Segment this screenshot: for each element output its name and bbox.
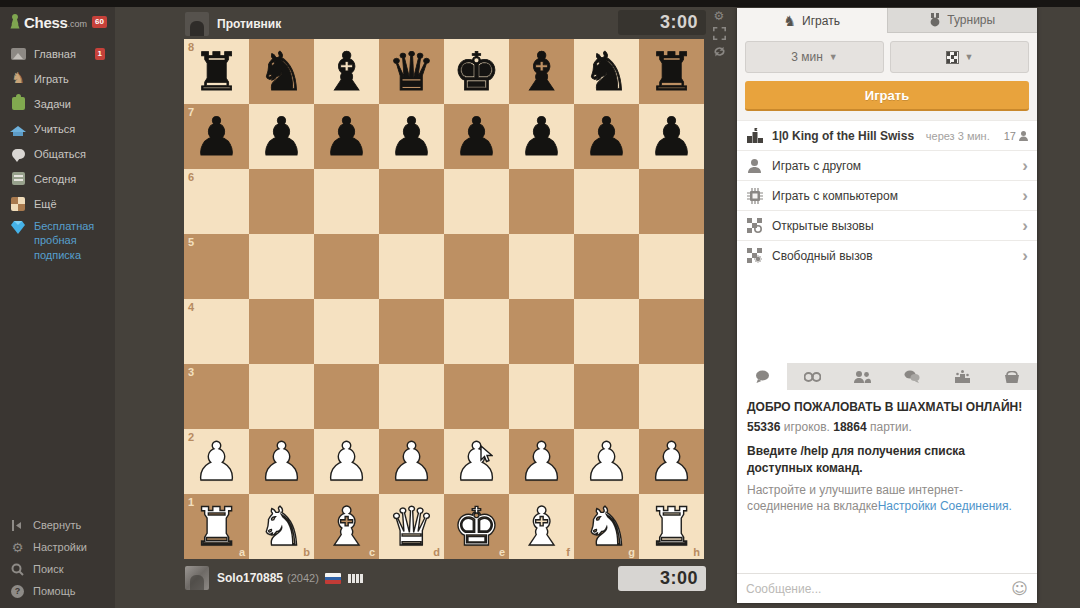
square-g3[interactable] [574, 364, 639, 429]
opponent-bar: Противник [185, 12, 281, 36]
square-a6[interactable]: 6 [184, 169, 249, 234]
chevron-right-icon: › [1022, 187, 1028, 204]
search-icon [10, 562, 25, 577]
rank-label-4: 4 [188, 301, 194, 313]
connection-settings-link[interactable]: Настройки Соединения. [878, 499, 1012, 513]
square-d6[interactable] [379, 169, 444, 234]
square-e4[interactable] [444, 299, 509, 364]
gear-icon: ⚙ [10, 540, 25, 555]
square-c6[interactable] [314, 169, 379, 234]
chat-tab-watch[interactable] [787, 363, 837, 390]
square-b7[interactable]: ♟ [249, 104, 314, 169]
player-bar: Solo170885 (2042) [185, 566, 363, 590]
square-h4[interactable] [639, 299, 704, 364]
square-d1[interactable]: ♛d [379, 494, 444, 559]
square-b8[interactable]: ♞ [249, 39, 314, 104]
emoji-icon[interactable]: ☺ [1011, 581, 1028, 597]
brand-tld: .com [68, 19, 88, 29]
person-icon [746, 157, 763, 174]
black-pawn: ♟ [574, 104, 639, 169]
right-panel: ♞ Играть Турниры 3 мин ▼ ▼ Играть [737, 8, 1037, 603]
sidebar-item-puzzles[interactable]: Задачи [0, 91, 115, 116]
board-side-icons: ⚙ [710, 10, 728, 58]
square-f3[interactable] [509, 364, 574, 429]
chevron-down-icon: ▼ [965, 52, 974, 62]
black-king: ♚ [444, 39, 509, 104]
square-g8[interactable]: ♞ [574, 39, 639, 104]
board-circle-icon [746, 217, 763, 234]
file-label-f: f [566, 546, 570, 558]
white-pawn: ♟ [509, 429, 574, 494]
home-badge: 1 [95, 48, 105, 60]
mouse-cursor [480, 445, 493, 464]
knight-icon: ♞ [10, 71, 26, 87]
rank-label-7: 7 [188, 106, 194, 118]
sidebar-item-connect[interactable]: Общаться [0, 141, 115, 166]
help-button[interactable]: ? Помощь [0, 580, 115, 602]
player-rating: (2042) [287, 572, 319, 584]
tournament-row[interactable]: 1|0 King of the Hill Swiss через 3 мин. … [737, 120, 1037, 150]
square-e1[interactable]: ♚e [444, 494, 509, 559]
rank-label-3: 3 [188, 366, 194, 378]
square-a3[interactable]: 3 [184, 364, 249, 429]
square-c7[interactable]: ♟ [314, 104, 379, 169]
square-c2[interactable]: ♟ [314, 429, 379, 494]
chat-input-bar: ☺ [737, 573, 1037, 603]
chat-settings: Настройте и улучшите ваше интернет-соеди… [747, 482, 1027, 514]
square-d4[interactable] [379, 299, 444, 364]
black-knight: ♞ [574, 39, 639, 104]
help-icon: ? [10, 584, 25, 599]
chat-help: Введите /help для получения списка досту… [747, 443, 1027, 475]
black-knight: ♞ [249, 39, 314, 104]
black-pawn: ♟ [379, 104, 444, 169]
white-pawn: ♟ [444, 429, 509, 494]
square-c5[interactable] [314, 234, 379, 299]
file-label-a: a [239, 546, 245, 558]
black-bishop: ♝ [509, 39, 574, 104]
square-a1[interactable]: ♜1a [184, 494, 249, 559]
square-d7[interactable]: ♟ [379, 104, 444, 169]
knight-icon: ♞ [784, 14, 797, 28]
tournament-starts-in: через 3 мин. [926, 130, 990, 142]
square-e3[interactable] [444, 364, 509, 429]
square-f5[interactable] [509, 234, 574, 299]
black-bishop: ♝ [314, 39, 379, 104]
app-window: Chess .com 60 Главная 1 ♞ Играть Задачи … [0, 0, 1080, 608]
chevron-right-icon: › [1022, 157, 1028, 174]
square-c3[interactable] [314, 364, 379, 429]
expand-board-icon[interactable] [713, 27, 726, 40]
square-c4[interactable] [314, 299, 379, 364]
chat-tab-friends[interactable] [837, 363, 887, 390]
play-options-list: 1|0 King of the Hill Swiss через 3 мин. … [737, 120, 1037, 270]
puzzle-icon [10, 96, 26, 112]
white-pawn: ♟ [314, 429, 379, 494]
rank-label-6: 6 [188, 171, 194, 183]
black-pawn: ♟ [444, 104, 509, 169]
square-f8[interactable]: ♝ [509, 39, 574, 104]
sidebar-item-play[interactable]: ♞ Играть [0, 66, 115, 91]
chat-bubbles-icon [10, 146, 26, 162]
sidebar-nav: Главная 1 ♞ Играть Задачи Учиться Общать… [0, 41, 115, 250]
opponent-clock: 3:00 [618, 10, 706, 35]
sidebar-item-home[interactable]: Главная 1 [0, 41, 115, 66]
flip-board-icon[interactable] [713, 45, 726, 58]
binoculars-icon [804, 371, 821, 382]
medal-icon [929, 13, 941, 27]
square-g1[interactable]: ♞g [574, 494, 639, 559]
checkerboard-icon [10, 196, 26, 212]
chevron-right-icon: › [1022, 217, 1028, 234]
chat-message-input[interactable] [746, 582, 1011, 596]
square-f1[interactable]: ♝f [509, 494, 574, 559]
chevron-down-icon: ▼ [829, 52, 838, 62]
square-a5[interactable]: 5 [184, 234, 249, 299]
chats-icon [904, 370, 920, 383]
rank-label-8: 8 [188, 41, 194, 53]
square-f2[interactable]: ♟ [509, 429, 574, 494]
podium-icon [955, 370, 970, 383]
square-e8[interactable]: ♚ [444, 39, 509, 104]
square-f6[interactable] [509, 169, 574, 234]
square-h6[interactable] [639, 169, 704, 234]
square-c8[interactable]: ♝ [314, 39, 379, 104]
connection-bars-icon [348, 574, 363, 583]
black-pawn: ♟ [249, 104, 314, 169]
opponent-avatar[interactable] [185, 12, 209, 36]
cpu-icon [746, 187, 763, 204]
black-pawn: ♟ [639, 104, 704, 169]
chat-tab-tournaments[interactable] [937, 363, 987, 390]
collapse-icon [10, 518, 25, 533]
pawn-logo-icon [8, 13, 22, 31]
game-type-select[interactable]: ▼ [890, 41, 1029, 73]
square-g4[interactable] [574, 299, 639, 364]
graduation-cap-icon [10, 121, 26, 137]
chat-tab-events[interactable] [987, 363, 1037, 390]
square-c1[interactable]: ♝c [314, 494, 379, 559]
sidebar-item-more[interactable]: Ещё [0, 191, 115, 216]
square-e2[interactable]: ♟ [444, 429, 509, 494]
settings-button[interactable]: ⚙ Настройки [0, 536, 115, 558]
square-d8[interactable]: ♛ [379, 39, 444, 104]
square-h8[interactable]: ♜ [639, 39, 704, 104]
square-b6[interactable] [249, 169, 314, 234]
player-clock: 3:00 [618, 566, 706, 591]
square-h5[interactable] [639, 234, 704, 299]
square-b1[interactable]: ♞b [249, 494, 314, 559]
chat-welcome: ДОБРО ПОЖАЛОВАТЬ В ШАХМАТЫ ОНЛАЙН! [747, 399, 1027, 415]
brand-name: Chess [24, 14, 68, 31]
square-h1[interactable]: ♜h [639, 494, 704, 559]
square-e7[interactable]: ♟ [444, 104, 509, 169]
square-h7[interactable]: ♟ [639, 104, 704, 169]
play-button[interactable]: Играть [745, 81, 1029, 111]
white-pawn: ♟ [379, 429, 444, 494]
square-e5[interactable] [444, 234, 509, 299]
square-d2[interactable]: ♟ [379, 429, 444, 494]
black-pawn: ♟ [314, 104, 379, 169]
tournament-player-count: 17 [1004, 130, 1028, 142]
file-label-c: c [369, 546, 375, 558]
home-icon [10, 46, 26, 62]
rank-label-5: 5 [188, 236, 194, 248]
search-button[interactable]: Поиск [0, 558, 115, 580]
chat-tab-main[interactable] [737, 363, 787, 390]
player-avatar[interactable] [185, 566, 209, 590]
open-challenges-row[interactable]: Открытые вызовы › [737, 210, 1037, 240]
russia-flag-icon [325, 573, 341, 584]
sidebar-item-learn[interactable]: Учиться [0, 116, 115, 141]
white-pawn: ♟ [639, 429, 704, 494]
tab-play[interactable]: ♞ Играть [737, 8, 887, 33]
panel-tabs: ♞ Играть Турниры [737, 8, 1037, 33]
game-controls: 3 мин ▼ ▼ Играть [737, 33, 1037, 120]
square-g6[interactable] [574, 169, 639, 234]
file-label-b: b [303, 546, 310, 558]
file-label-g: g [628, 546, 635, 558]
black-rook: ♜ [639, 39, 704, 104]
friends-icon [854, 371, 871, 383]
square-f4[interactable] [509, 299, 574, 364]
board-settings-icon[interactable]: ⚙ [714, 10, 725, 22]
square-d3[interactable] [379, 364, 444, 429]
chevron-right-icon: › [1022, 247, 1028, 264]
white-pawn: ♟ [574, 429, 639, 494]
sidebar: Chess .com 60 Главная 1 ♞ Играть Задачи … [0, 7, 115, 608]
collapse-button[interactable]: Свернуть [0, 514, 115, 536]
chat-tabs [737, 363, 1037, 390]
square-b5[interactable] [249, 234, 314, 299]
chat-tab-chats[interactable] [887, 363, 937, 390]
chat-icon [755, 370, 770, 383]
file-label-d: d [433, 546, 440, 558]
black-pawn: ♟ [509, 104, 574, 169]
events-icon [1004, 371, 1020, 383]
square-h3[interactable] [639, 364, 704, 429]
chat-stats: 55336 игроков. 18864 партии. [747, 419, 1027, 435]
rank-label-2: 2 [188, 431, 194, 443]
tournament-podium-icon [746, 127, 763, 144]
board-gear-icon [746, 247, 763, 264]
square-b4[interactable] [249, 299, 314, 364]
square-h2[interactable]: ♟ [639, 429, 704, 494]
square-g2[interactable]: ♟ [574, 429, 639, 494]
square-b2[interactable]: ♟ [249, 429, 314, 494]
news-icon [10, 171, 26, 187]
black-queen: ♛ [379, 39, 444, 104]
square-b3[interactable] [249, 364, 314, 429]
play-computer-row[interactable]: Играть с компьютером › [737, 180, 1037, 210]
square-a2[interactable]: ♟2 [184, 429, 249, 494]
opponent-name[interactable]: Противник [217, 17, 281, 31]
square-d5[interactable] [379, 234, 444, 299]
square-f7[interactable]: ♟ [509, 104, 574, 169]
chat-messages: ДОБРО ПОЖАЛОВАТЬ В ШАХМАТЫ ОНЛАЙН! 55336… [737, 390, 1037, 573]
panel-filler [737, 270, 1037, 363]
file-label-e: e [499, 546, 505, 558]
file-label-h: h [693, 546, 700, 558]
chess-board: ♜8♞♝♛♚♝♞♜♟7♟♟♟♟♟♟♟6543♟2♟♟♟♟♟♟♟♜1a♞b♝c♛d… [184, 39, 704, 559]
square-a4[interactable]: 4 [184, 299, 249, 364]
white-bishop: ♝ [509, 494, 574, 559]
time-control-select[interactable]: 3 мин ▼ [745, 41, 884, 73]
square-a8[interactable]: ♜8 [184, 39, 249, 104]
notification-badge[interactable]: 60 [92, 16, 107, 28]
player-name[interactable]: Solo170885 [217, 571, 283, 585]
sidebar-footer: Свернуть ⚙ Настройки Поиск ? Помощь [0, 514, 115, 602]
white-pawn: ♟ [249, 429, 314, 494]
diamond-icon [10, 219, 26, 235]
square-e6[interactable] [444, 169, 509, 234]
person-icon [1019, 131, 1028, 141]
tab-tournaments[interactable]: Турниры [887, 8, 1038, 33]
square-g7[interactable]: ♟ [574, 104, 639, 169]
square-a7[interactable]: ♟7 [184, 104, 249, 169]
brand-logo[interactable]: Chess .com 60 [0, 7, 115, 37]
rank-label-1: 1 [188, 496, 194, 508]
board-type-icon [946, 51, 959, 64]
sidebar-item-free-trial[interactable]: Бесплатная пробная подписка [0, 216, 115, 250]
top-strip [0, 0, 1080, 7]
sidebar-item-today[interactable]: Сегодня [0, 166, 115, 191]
custom-challenge-row[interactable]: Свободный вызов › [737, 240, 1037, 270]
square-g5[interactable] [574, 234, 639, 299]
play-friend-row[interactable]: Играть с другом › [737, 150, 1037, 180]
